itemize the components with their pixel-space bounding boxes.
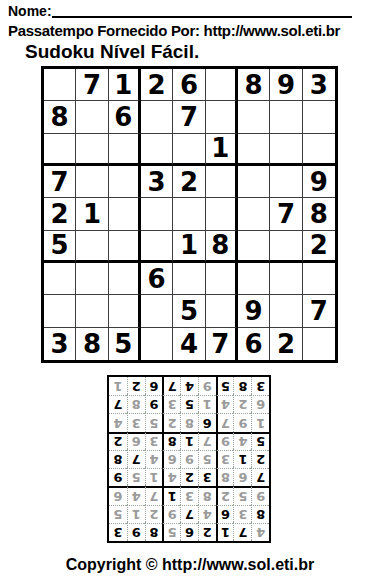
puzzle-cell — [206, 198, 238, 230]
puzzle-cell — [303, 101, 335, 133]
solution-cell: 8 — [180, 413, 198, 431]
solution-cell: 1 — [109, 377, 127, 395]
solution-cell: 7 — [180, 505, 198, 523]
puzzle-cell — [141, 328, 173, 360]
puzzle-cell — [206, 166, 238, 198]
puzzle-cell — [238, 198, 270, 230]
solution-cell: 2 — [127, 377, 145, 395]
solution-cell: 6 — [162, 450, 180, 468]
puzzle-cell — [303, 263, 335, 295]
solution-cell: 5 — [180, 395, 198, 413]
sudoku-solution-grid-rotated: 4712658938364792159528317467683241592135… — [107, 375, 271, 543]
puzzle-cell: 7 — [270, 198, 302, 230]
puzzle-cell: 2 — [173, 166, 205, 198]
solution-cell: 1 — [145, 468, 163, 486]
puzzle-cell — [44, 69, 76, 101]
puzzle-cell — [206, 295, 238, 327]
puzzle-cell — [270, 101, 302, 133]
solution-cell: 5 — [162, 523, 180, 541]
solution-cell: 3 — [127, 413, 145, 431]
puzzle-cell — [109, 166, 141, 198]
puzzle-cell — [206, 69, 238, 101]
solution-cell: 4 — [233, 432, 251, 450]
solution-cell: 5 — [198, 450, 216, 468]
solution-cell: 7 — [145, 486, 163, 504]
puzzle-cell: 7 — [173, 101, 205, 133]
puzzle-cell — [303, 134, 335, 166]
puzzle-cell — [76, 295, 108, 327]
solution-cell: 3 — [216, 450, 234, 468]
solution-cell: 7 — [162, 377, 180, 395]
solution-cell: 7 — [198, 432, 216, 450]
solution-cell: 6 — [127, 432, 145, 450]
puzzle-cell — [109, 263, 141, 295]
puzzle-cell: 2 — [141, 69, 173, 101]
solution-cell: 3 — [162, 395, 180, 413]
solution-cell: 4 — [198, 505, 216, 523]
puzzle-cell — [238, 101, 270, 133]
solution-cell: 6 — [145, 377, 163, 395]
puzzle-cell — [238, 263, 270, 295]
solution-cell: 2 — [145, 505, 163, 523]
solution-cell: 4 — [216, 395, 234, 413]
solution-cell: 4 — [127, 486, 145, 504]
solution-cell: 6 — [233, 468, 251, 486]
solution-cell: 3 — [198, 468, 216, 486]
puzzle-cell — [76, 231, 108, 263]
solution-cell: 9 — [233, 413, 251, 431]
puzzle-cell — [173, 263, 205, 295]
puzzle-cell — [109, 134, 141, 166]
solution-cell: 3 — [233, 505, 251, 523]
puzzle-cell — [238, 231, 270, 263]
puzzle-cell — [303, 328, 335, 360]
puzzle-cell — [44, 134, 76, 166]
solution-cell: 9 — [109, 468, 127, 486]
solution-cell: 4 — [251, 523, 269, 541]
solution-cell: 1 — [216, 523, 234, 541]
puzzle-cell — [109, 198, 141, 230]
puzzle-cell: 2 — [270, 328, 302, 360]
puzzle-cell — [206, 101, 238, 133]
puzzle-cell: 5 — [109, 328, 141, 360]
solution-cell: 4 — [180, 377, 198, 395]
solution-cell: 1 — [251, 413, 269, 431]
puzzle-cell — [109, 295, 141, 327]
solution-cell: 9 — [145, 395, 163, 413]
solution-cell: 9 — [180, 450, 198, 468]
solution-cell: 6 — [109, 486, 127, 504]
puzzle-cell — [109, 231, 141, 263]
puzzle-cell: 3 — [303, 69, 335, 101]
solution-cell: 9 — [198, 377, 216, 395]
solution-cell: 8 — [233, 377, 251, 395]
solution-cell: 8 — [198, 486, 216, 504]
solution-cell: 8 — [162, 432, 180, 450]
solution-cell: 8 — [109, 450, 127, 468]
puzzle-cell: 3 — [44, 328, 76, 360]
solution-cell: 7 — [251, 468, 269, 486]
solution-cell: 8 — [251, 505, 269, 523]
provider-line: Passatempo Fornecido Por: http://www.sol… — [8, 22, 340, 39]
solution-cell: 4 — [109, 413, 127, 431]
solution-cell: 9 — [162, 505, 180, 523]
solution-cell: 6 — [216, 505, 234, 523]
solution-cell: 7 — [109, 395, 127, 413]
puzzle-cell: 7 — [44, 166, 76, 198]
puzzle-cell — [270, 231, 302, 263]
solution-cell: 2 — [109, 432, 127, 450]
puzzle-cell: 6 — [141, 263, 173, 295]
solution-cell: 1 — [127, 505, 145, 523]
solution-cell: 6 — [251, 395, 269, 413]
puzzle-cell — [270, 295, 302, 327]
puzzle-cell — [206, 263, 238, 295]
solution-cell: 1 — [233, 450, 251, 468]
puzzle-cell: 1 — [109, 69, 141, 101]
puzzle-cell: 8 — [303, 198, 335, 230]
solution-cell: 3 — [145, 432, 163, 450]
solution-cell: 2 — [198, 523, 216, 541]
puzzle-cell: 1 — [173, 231, 205, 263]
puzzle-cell: 8 — [44, 101, 76, 133]
puzzle-cell — [238, 134, 270, 166]
puzzle-cell: 6 — [173, 69, 205, 101]
puzzle-cell: 9 — [238, 295, 270, 327]
name-blank-line — [52, 2, 352, 18]
puzzle-cell: 9 — [270, 69, 302, 101]
name-label: Nome: — [8, 3, 52, 19]
name-row: Nome: — [8, 2, 352, 19]
puzzle-cell: 2 — [303, 231, 335, 263]
puzzle-cell: 5 — [173, 295, 205, 327]
puzzle-cell — [76, 263, 108, 295]
puzzle-cell — [141, 134, 173, 166]
puzzle-cell — [173, 198, 205, 230]
solution-cell: 9 — [216, 432, 234, 450]
solution-cell: 8 — [216, 468, 234, 486]
puzzle-cell: 3 — [141, 166, 173, 198]
solution-cell: 9 — [251, 486, 269, 504]
puzzle-cell — [141, 198, 173, 230]
solution-cell: 8 — [145, 523, 163, 541]
puzzle-cell: 7 — [76, 69, 108, 101]
solution-cell: 2 — [162, 413, 180, 431]
puzzle-cell — [76, 134, 108, 166]
puzzle-cell: 8 — [76, 328, 108, 360]
puzzle-cell: 8 — [238, 69, 270, 101]
puzzle-cell: 7 — [206, 328, 238, 360]
solution-cell: 9 — [127, 523, 145, 541]
puzzle-cell: 2 — [44, 198, 76, 230]
solution-cell: 8 — [127, 395, 145, 413]
solution-cell: 2 — [180, 468, 198, 486]
solution-cell: 5 — [109, 505, 127, 523]
solution-cell: 7 — [216, 413, 234, 431]
solution-cell: 2 — [216, 486, 234, 504]
solution-cell: 2 — [251, 450, 269, 468]
puzzle-cell — [270, 263, 302, 295]
puzzle-cell — [238, 166, 270, 198]
solution-cell: 3 — [109, 523, 127, 541]
puzzle-cell: 1 — [206, 134, 238, 166]
solution-cell: 6 — [198, 413, 216, 431]
solution-cell: 5 — [216, 377, 234, 395]
puzzle-cell — [270, 166, 302, 198]
solution-cell: 7 — [127, 450, 145, 468]
puzzle-cell: 9 — [303, 166, 335, 198]
solution-cell: 5 — [251, 432, 269, 450]
puzzle-cell — [270, 134, 302, 166]
sudoku-worksheet-page: Nome: Passatempo Fornecido Por: http://w… — [0, 0, 380, 585]
sudoku-puzzle-grid: 7126893867173292178518265973854762 — [41, 66, 338, 363]
puzzle-cell — [44, 295, 76, 327]
puzzle-cell — [173, 134, 205, 166]
puzzle-cell: 6 — [238, 328, 270, 360]
puzzle-cell: 4 — [173, 328, 205, 360]
puzzle-cell — [141, 231, 173, 263]
solution-cell: 4 — [145, 450, 163, 468]
puzzle-cell: 5 — [44, 231, 76, 263]
solution-cell: 1 — [198, 395, 216, 413]
puzzle-cell — [141, 295, 173, 327]
puzzle-cell — [141, 101, 173, 133]
copyright-text: Copyright © http://www.sol.eti.br — [0, 556, 380, 574]
puzzle-cell — [76, 101, 108, 133]
solution-cell: 1 — [162, 486, 180, 504]
solution-cell: 2 — [233, 395, 251, 413]
puzzle-cell: 8 — [206, 231, 238, 263]
solution-cell: 6 — [180, 523, 198, 541]
solution-cell: 7 — [233, 523, 251, 541]
puzzle-cell — [76, 166, 108, 198]
solution-cell: 3 — [180, 486, 198, 504]
solution-cell: 5 — [233, 486, 251, 504]
solution-cell: 1 — [180, 432, 198, 450]
page-title: Sudoku Nível Fácil. — [25, 41, 199, 63]
solution-cell: 3 — [251, 377, 269, 395]
puzzle-cell: 7 — [303, 295, 335, 327]
solution-cell: 4 — [162, 468, 180, 486]
puzzle-cell: 6 — [109, 101, 141, 133]
solution-cell: 5 — [145, 413, 163, 431]
solution-cell: 5 — [127, 468, 145, 486]
puzzle-cell — [44, 263, 76, 295]
puzzle-cell: 1 — [76, 198, 108, 230]
